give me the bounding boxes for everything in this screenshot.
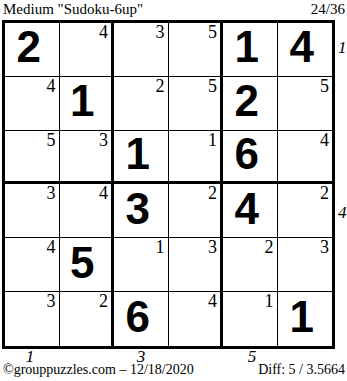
corner-clue: 2 (208, 184, 217, 203)
cell-r6c2[interactable]: 2 (60, 292, 115, 346)
corner-clue: 4 (208, 292, 217, 311)
corner-clue: 3 (99, 131, 108, 150)
cell-r2c5[interactable]: 2 (223, 77, 278, 131)
corner-clue: 5 (208, 77, 217, 96)
cell-r5c3[interactable]: 1 (114, 238, 169, 292)
cell-r1c3[interactable]: 3 (114, 23, 169, 77)
cell-r3c2[interactable]: 3 (60, 131, 115, 185)
corner-clue: 1 (208, 131, 217, 150)
given-digit: 1 (111, 129, 165, 180)
col-label-3: 3 (137, 348, 146, 365)
cell-r1c1[interactable]: 2 (5, 23, 60, 77)
sudoku-board: 243514412525531164343242451323326411 (2, 20, 335, 349)
cell-r6c5[interactable]: 1 (223, 292, 278, 346)
cell-r2c1[interactable]: 4 (5, 77, 60, 131)
cell-r5c2[interactable]: 5 (60, 238, 115, 292)
cell-r6c6[interactable]: 1 (278, 292, 333, 346)
cell-r1c6[interactable]: 4 (278, 23, 333, 77)
cell-r2c4[interactable]: 5 (169, 77, 224, 131)
footer: ©grouppuzzles.com – 12/18/2020 Diff: 5 /… (3, 362, 345, 378)
cell-r4c2[interactable]: 4 (60, 184, 115, 238)
corner-clue: 3 (320, 238, 329, 257)
col-label-1: 1 (26, 348, 35, 365)
cell-r4c4[interactable]: 2 (169, 184, 224, 238)
given-digit: 3 (111, 182, 165, 235)
cell-r5c4[interactable]: 3 (169, 238, 224, 292)
cell-r4c6[interactable]: 2 (278, 184, 333, 238)
given-digit: 5 (57, 236, 109, 289)
cell-r1c2[interactable]: 4 (60, 23, 115, 77)
cell-r6c1[interactable]: 3 (5, 292, 60, 346)
header: Medium "Sudoku-6up" 24/36 (3, 0, 345, 18)
cell-r2c2[interactable]: 1 (60, 77, 115, 131)
cell-r3c6[interactable]: 4 (278, 131, 333, 185)
corner-clue: 5 (320, 77, 329, 96)
difficulty-text: Diff: 5 / 3.5664 (258, 362, 345, 378)
col-label-5: 5 (248, 348, 257, 365)
corner-clue: 4 (47, 238, 56, 257)
corner-clue: 4 (47, 77, 56, 96)
puzzle-title: Medium "Sudoku-6up" (3, 0, 143, 18)
corner-clue: 2 (320, 184, 329, 203)
cell-r4c1[interactable]: 3 (5, 184, 60, 238)
corner-clue: 2 (99, 292, 108, 311)
corner-clue: 2 (265, 238, 274, 257)
corner-clue: 3 (47, 184, 56, 203)
cell-r1c4[interactable]: 5 (169, 23, 224, 77)
given-digit: 1 (275, 290, 330, 344)
cell-r3c4[interactable]: 1 (169, 131, 224, 185)
cell-r5c5[interactable]: 2 (223, 238, 278, 292)
cell-r5c6[interactable]: 3 (278, 238, 333, 292)
cell-r3c5[interactable]: 6 (223, 131, 278, 185)
corner-clue: 3 (47, 292, 56, 311)
given-digit: 1 (57, 75, 109, 128)
given-digit: 6 (111, 290, 165, 344)
corner-clue: 3 (208, 238, 217, 257)
cell-r2c6[interactable]: 5 (278, 77, 333, 131)
corner-clue: 5 (47, 131, 56, 150)
cell-r3c1[interactable]: 5 (5, 131, 60, 185)
corner-clue: 4 (99, 23, 108, 42)
corner-clue: 3 (156, 23, 165, 42)
corner-clue: 2 (156, 77, 165, 96)
cell-r2c3[interactable]: 2 (114, 77, 169, 131)
corner-clue: 1 (156, 238, 165, 257)
given-digit: 4 (220, 182, 274, 235)
given-digit: 6 (220, 129, 274, 180)
row-label-1: 1 (338, 39, 347, 56)
cell-r5c1[interactable]: 4 (5, 238, 60, 292)
corner-clue: 5 (208, 23, 217, 42)
corner-clue: 1 (265, 292, 274, 311)
given-digit: 1 (220, 21, 274, 74)
cell-r6c3[interactable]: 6 (114, 292, 169, 346)
given-digit: 4 (275, 21, 330, 74)
cell-r1c5[interactable]: 1 (223, 23, 278, 77)
given-digit: 2 (2, 21, 56, 74)
corner-clue: 4 (99, 184, 108, 203)
cell-r4c3[interactable]: 3 (114, 184, 169, 238)
given-digit: 2 (220, 75, 274, 128)
solve-counter: 24/36 (311, 0, 345, 18)
row-label-4: 4 (338, 204, 347, 221)
sudoku-6up-page: Medium "Sudoku-6up" 24/36 24351441252553… (0, 0, 347, 381)
cell-r4c5[interactable]: 4 (223, 184, 278, 238)
corner-clue: 4 (320, 131, 329, 150)
cell-r3c3[interactable]: 1 (114, 131, 169, 185)
cell-r6c4[interactable]: 4 (169, 292, 224, 346)
